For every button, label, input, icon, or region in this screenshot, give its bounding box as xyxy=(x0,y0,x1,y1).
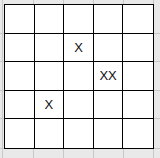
cell-r4-c3[interactable] xyxy=(64,91,94,120)
cell-r4-c5[interactable] xyxy=(123,91,153,120)
cell-r3-c1[interactable] xyxy=(5,62,35,91)
cell-r5-c1[interactable] xyxy=(5,119,35,148)
cell-r1-c1[interactable] xyxy=(5,5,35,34)
cell-r2-c1[interactable] xyxy=(5,34,35,63)
cell-r4-c2[interactable]: X xyxy=(35,91,65,120)
cell-r5-c2[interactable] xyxy=(35,119,65,148)
puzzle-grid: X XX X xyxy=(4,4,154,149)
cell-r2-c4[interactable] xyxy=(94,34,124,63)
cell-r2-c2[interactable] xyxy=(35,34,65,63)
cell-r3-c4[interactable]: XX xyxy=(94,62,124,91)
cell-r4-c4[interactable] xyxy=(94,91,124,120)
sheet-gridline-vertical xyxy=(2,0,3,158)
cell-r3-c2[interactable] xyxy=(35,62,65,91)
cell-r1-c5[interactable] xyxy=(123,5,153,34)
cell-r5-c4[interactable] xyxy=(94,119,124,148)
cell-r5-c5[interactable] xyxy=(123,119,153,148)
cell-r3-c3[interactable] xyxy=(64,62,94,91)
cell-r5-c3[interactable] xyxy=(64,119,94,148)
cell-r2-c3[interactable]: X xyxy=(64,34,94,63)
cell-r2-c5[interactable] xyxy=(123,34,153,63)
cell-r1-c4[interactable] xyxy=(94,5,124,34)
cell-r1-c2[interactable] xyxy=(35,5,65,34)
cell-r1-c3[interactable] xyxy=(64,5,94,34)
cell-r4-c1[interactable] xyxy=(5,91,35,120)
cell-r3-c5[interactable] xyxy=(123,62,153,91)
spreadsheet-canvas: X XX X xyxy=(0,0,160,158)
